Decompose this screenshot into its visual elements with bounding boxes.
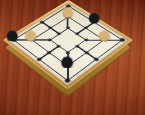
perspective-stage: ●●●●●● [0, 0, 145, 115]
game-board[interactable]: ●●●●●● [3, 0, 133, 90]
game-table: ●●●●●● [0, 0, 145, 115]
white-piece[interactable]: ● [96, 28, 112, 43]
board-wooden-frame: ●●●●●● [3, 0, 133, 90]
white-piece[interactable]: ● [23, 28, 39, 43]
black-piece[interactable]: ● [59, 53, 76, 69]
black-piece[interactable]: ● [5, 28, 21, 43]
